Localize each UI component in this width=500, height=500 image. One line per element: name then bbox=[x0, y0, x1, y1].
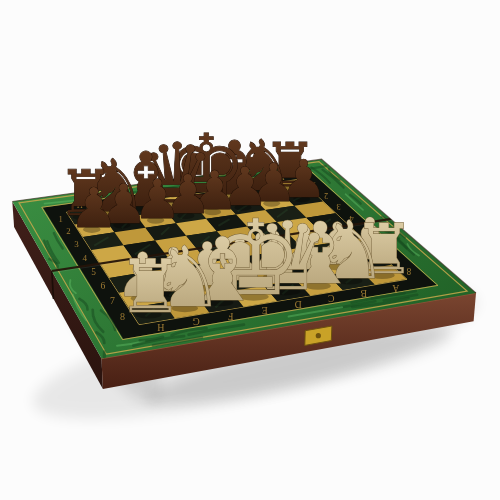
piece-dark-pawn-h2: ♟ bbox=[69, 176, 118, 240]
coord-label: 3 bbox=[74, 239, 79, 249]
coord-label: 6 bbox=[100, 280, 105, 291]
piece-glyph: ♟ bbox=[69, 176, 118, 240]
piece-glyph: ♜ bbox=[118, 244, 183, 329]
chess-set-scene: 1122334455667788HHGGFFEEDDCCBBAA♜♞♝♟♚♟♛♟… bbox=[0, 0, 500, 500]
piece-light-rook-h8: ♜ bbox=[118, 244, 183, 329]
coord-label: 7 bbox=[110, 295, 115, 306]
coord-label: 4 bbox=[83, 253, 88, 263]
latch-knob bbox=[316, 333, 321, 338]
coord-label: 5 bbox=[91, 267, 96, 277]
product-photo: 1122334455667788HHGGFFEEDDCCBBAA♜♞♝♟♚♟♛♟… bbox=[0, 0, 500, 500]
